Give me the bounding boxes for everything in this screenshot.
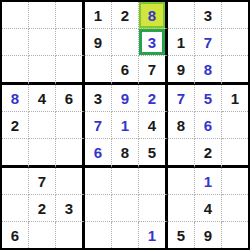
cell-r9c2[interactable]	[29, 222, 56, 248]
cell-r4c5[interactable]: 9	[112, 85, 139, 112]
cell-r8c1[interactable]	[2, 195, 29, 222]
cell-r5c9[interactable]	[222, 112, 248, 139]
cell-r9c7[interactable]: 5	[168, 222, 195, 248]
cell-r7c2[interactable]: 7	[29, 168, 56, 195]
cell-r5c1[interactable]: 2	[2, 112, 29, 139]
cell-r8c9[interactable]	[222, 195, 248, 222]
cell-r8c4[interactable]	[85, 195, 112, 222]
cell-r6c3[interactable]	[56, 139, 85, 168]
cell-r8c5[interactable]	[112, 195, 139, 222]
cell-r7c4[interactable]	[85, 168, 112, 195]
cell-r2c9[interactable]	[222, 29, 248, 56]
cell-r7c5[interactable]	[112, 168, 139, 195]
cell-r7c1[interactable]	[2, 168, 29, 195]
cell-r2c4[interactable]: 9	[85, 29, 112, 56]
cell-r1c6[interactable]: 8	[139, 2, 168, 29]
cell-r7c3[interactable]	[56, 168, 85, 195]
cell-r9c8[interactable]: 9	[195, 222, 222, 248]
cell-r2c8[interactable]: 7	[195, 29, 222, 56]
cell-r4c2[interactable]: 4	[29, 85, 56, 112]
cell-r8c2[interactable]: 2	[29, 195, 56, 222]
cell-r7c9[interactable]	[222, 168, 248, 195]
cell-r3c3[interactable]	[56, 56, 85, 85]
cell-r1c7[interactable]	[168, 2, 195, 29]
cell-r2c6[interactable]: 3	[139, 29, 168, 56]
cell-r3c8[interactable]: 8	[195, 56, 222, 85]
cell-r6c5[interactable]: 8	[112, 139, 139, 168]
cell-r4c9[interactable]: 1	[222, 85, 248, 112]
cell-r1c4[interactable]: 1	[85, 2, 112, 29]
cell-r7c7[interactable]	[168, 168, 195, 195]
cell-r2c5[interactable]	[112, 29, 139, 56]
cell-r6c1[interactable]	[2, 139, 29, 168]
cell-r9c9[interactable]	[222, 222, 248, 248]
cell-r3c5[interactable]: 6	[112, 56, 139, 85]
cell-r8c6[interactable]	[139, 195, 168, 222]
cell-r9c3[interactable]	[56, 222, 85, 248]
cell-r4c1[interactable]: 8	[2, 85, 29, 112]
cell-r8c3[interactable]: 3	[56, 195, 85, 222]
cell-r7c8[interactable]: 1	[195, 168, 222, 195]
cell-r1c9[interactable]	[222, 2, 248, 29]
cell-r3c9[interactable]	[222, 56, 248, 85]
cell-r5c6[interactable]: 4	[139, 112, 168, 139]
cell-r4c4[interactable]: 3	[85, 85, 112, 112]
cell-r7c6[interactable]	[139, 168, 168, 195]
cell-r5c3[interactable]	[56, 112, 85, 139]
cell-r2c1[interactable]	[2, 29, 29, 56]
sudoku-board: 1283931767988463927512714866852712346159	[0, 0, 250, 250]
cell-r9c6[interactable]: 1	[139, 222, 168, 248]
cell-r5c4[interactable]: 7	[85, 112, 112, 139]
cell-r6c7[interactable]	[168, 139, 195, 168]
cell-r6c4[interactable]: 6	[85, 139, 112, 168]
cell-r1c1[interactable]	[2, 2, 29, 29]
cell-r5c8[interactable]: 6	[195, 112, 222, 139]
cell-r3c6[interactable]: 7	[139, 56, 168, 85]
cell-r8c8[interactable]: 4	[195, 195, 222, 222]
cell-r9c4[interactable]	[85, 222, 112, 248]
cell-r4c7[interactable]: 7	[168, 85, 195, 112]
cell-r6c6[interactable]: 5	[139, 139, 168, 168]
cell-r3c1[interactable]	[2, 56, 29, 85]
cell-r6c9[interactable]	[222, 139, 248, 168]
cell-r5c5[interactable]: 1	[112, 112, 139, 139]
cell-r1c8[interactable]: 3	[195, 2, 222, 29]
cell-r9c5[interactable]	[112, 222, 139, 248]
cell-r6c2[interactable]	[29, 139, 56, 168]
cell-r9c1[interactable]: 6	[2, 222, 29, 248]
cell-r1c3[interactable]	[56, 2, 85, 29]
cell-r2c7[interactable]: 1	[168, 29, 195, 56]
cell-r8c7[interactable]	[168, 195, 195, 222]
cell-r4c3[interactable]: 6	[56, 85, 85, 112]
cell-r5c2[interactable]	[29, 112, 56, 139]
cell-r1c2[interactable]	[29, 2, 56, 29]
cell-r3c7[interactable]: 9	[168, 56, 195, 85]
cell-r5c7[interactable]: 8	[168, 112, 195, 139]
cell-r2c3[interactable]	[56, 29, 85, 56]
cell-r2c2[interactable]	[29, 29, 56, 56]
cell-r1c5[interactable]: 2	[112, 2, 139, 29]
cell-r3c4[interactable]	[85, 56, 112, 85]
cell-r6c8[interactable]: 2	[195, 139, 222, 168]
cell-r4c8[interactable]: 5	[195, 85, 222, 112]
cell-r3c2[interactable]	[29, 56, 56, 85]
cell-r4c6[interactable]: 2	[139, 85, 168, 112]
